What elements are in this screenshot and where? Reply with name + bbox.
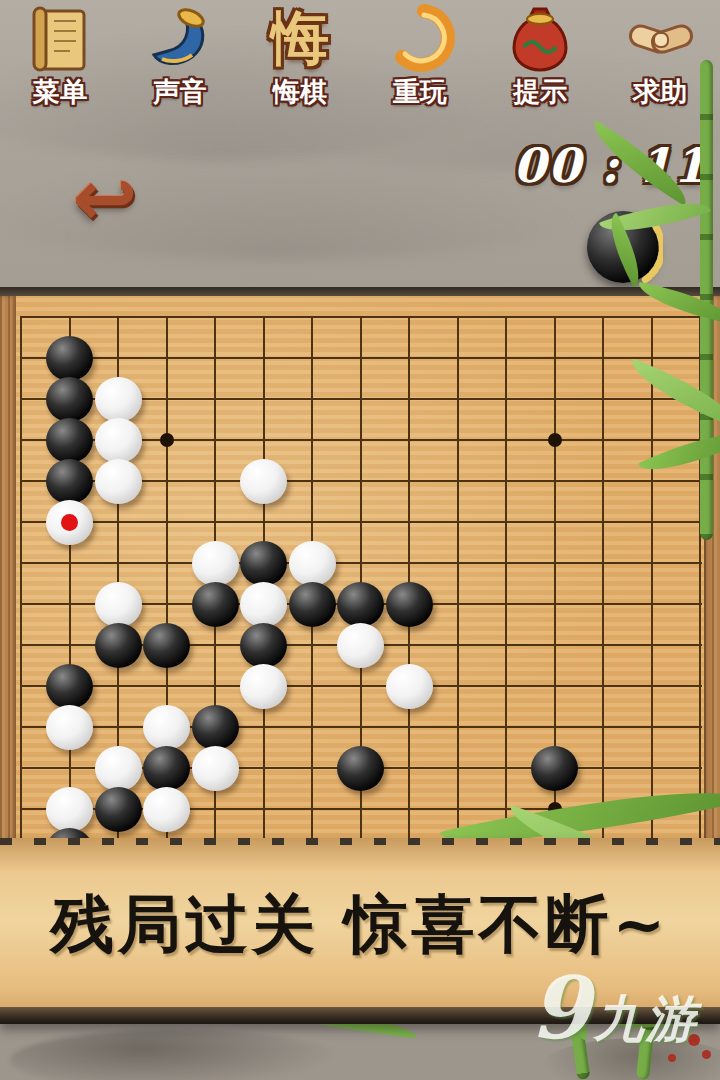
gomoku-app: 菜单 声音 悔 重玩 悔棋	[0, 0, 720, 1080]
board[interactable]	[0, 287, 720, 860]
grid-line-horizontal	[20, 357, 702, 359]
stone-white	[240, 664, 287, 709]
star-point	[160, 433, 174, 447]
stone-black	[531, 746, 578, 791]
stone-white	[46, 500, 93, 545]
stone-black	[95, 623, 142, 668]
stone-black	[143, 746, 190, 791]
menu-button[interactable]: 菜单	[0, 0, 120, 116]
help-hands-icon	[621, 0, 699, 78]
board-grid[interactable]	[0, 287, 720, 860]
stone-black	[46, 418, 93, 463]
ink-rock	[10, 1030, 340, 1080]
stone-black	[386, 582, 433, 627]
plum-blossom	[702, 1050, 711, 1059]
stone-black	[192, 705, 239, 750]
grid-line-horizontal	[20, 521, 702, 523]
stone-white	[143, 705, 190, 750]
stone-white	[95, 582, 142, 627]
stone-white	[240, 582, 287, 627]
stone-black	[240, 623, 287, 668]
back-button[interactable]: ↩	[60, 158, 150, 238]
sound-button[interactable]: 声音	[120, 0, 240, 116]
stone-black	[337, 746, 384, 791]
undo-character-icon: 悔	[261, 0, 339, 78]
menu-label: 菜单	[33, 74, 87, 110]
stone-white	[192, 746, 239, 791]
plum-blossom	[668, 1054, 676, 1062]
stone-white	[289, 541, 336, 586]
grid-line-horizontal	[20, 316, 702, 318]
stone-white	[46, 787, 93, 832]
undo-button[interactable]: 悔 重玩 悔棋	[240, 0, 360, 116]
stone-white	[192, 541, 239, 586]
grid-line-horizontal	[20, 562, 702, 564]
stone-black	[143, 623, 190, 668]
stone-black	[95, 787, 142, 832]
replay-label: 重玩	[393, 74, 447, 110]
stone-black	[46, 664, 93, 709]
stone-black	[46, 336, 93, 381]
grid-line-horizontal	[20, 726, 702, 728]
stone-black	[46, 377, 93, 422]
jiuyou-watermark: 9 九游	[530, 968, 698, 1048]
hint-bag-icon	[501, 0, 579, 78]
stone-white	[46, 705, 93, 750]
stone-white	[240, 459, 287, 504]
stone-black	[337, 582, 384, 627]
stone-white	[386, 664, 433, 709]
sound-label: 声音	[153, 74, 207, 110]
help-label: 求助	[633, 74, 687, 110]
stone-white	[337, 623, 384, 668]
stone-white	[95, 459, 142, 504]
banner-text: 残局过关 惊喜不断~	[0, 882, 720, 968]
grid-line-horizontal	[20, 685, 702, 687]
stone-white	[95, 418, 142, 463]
menu-scroll-icon	[21, 0, 99, 78]
undo-label: 悔棋	[273, 74, 327, 110]
star-point	[548, 433, 562, 447]
sound-horn-icon	[141, 0, 219, 78]
last-move-marker	[61, 514, 78, 531]
stone-black	[289, 582, 336, 627]
stone-black	[192, 582, 239, 627]
stone-white	[143, 787, 190, 832]
hint-label: 提示	[513, 74, 567, 110]
banner-stitches	[0, 838, 720, 845]
stone-black	[46, 459, 93, 504]
hint-button[interactable]: 提示	[480, 0, 600, 116]
stone-white	[95, 377, 142, 422]
stone-white	[95, 746, 142, 791]
replay-button[interactable]: 重玩	[360, 0, 480, 116]
toolbar: 菜单 声音 悔 重玩 悔棋	[0, 0, 720, 116]
stone-black	[240, 541, 287, 586]
replay-swirl-icon	[381, 0, 459, 78]
